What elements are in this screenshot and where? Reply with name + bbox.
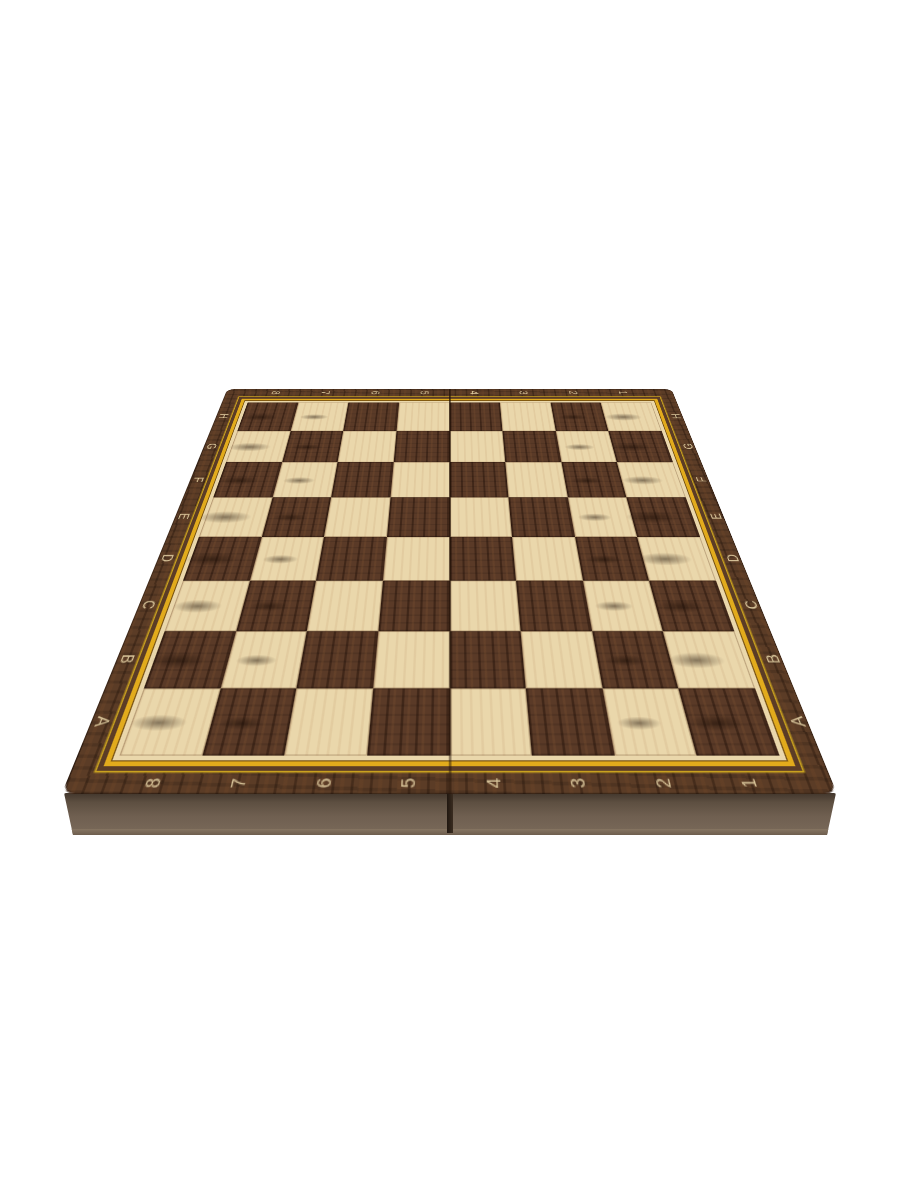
black-pawn-glyph: ♟ [207,641,290,734]
board-side-bottom-lip [64,829,450,835]
black-rook-glyph: ♜ [119,626,216,734]
piece-shadow-h8 [240,413,281,421]
piece-shadow-h2 [558,414,589,420]
board-side-right-half [450,793,836,835]
piece-shadow-f7 [282,477,317,484]
board-side-bottom-lip [450,829,836,835]
piece-shadow-f2 [569,477,604,484]
white-pawn-glyph: ♟ [609,641,692,734]
board-side-left-half [64,793,450,835]
piece-shadow-h1 [603,413,643,421]
board-hinge-gap [447,793,453,833]
white-rook-glyph: ♜ [683,626,780,734]
piece-shadow-h7 [298,414,329,420]
piece-shadow-g7 [290,444,323,451]
piece-shadow-g2 [563,444,596,451]
board-side-edge [64,793,836,835]
chessboard-scene: 8877665544332211HHGGFFEEDDCCBBAA ♜♞♝♛♚♝♞… [62,389,838,794]
